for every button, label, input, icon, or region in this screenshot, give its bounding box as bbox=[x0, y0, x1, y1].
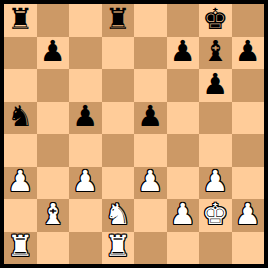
piece-black-king[interactable]: ♚ bbox=[202, 5, 228, 34]
piece-white-pawn[interactable]: ♟ bbox=[137, 167, 163, 196]
piece-white-rook[interactable]: ♜ bbox=[7, 232, 33, 261]
piece-white-pawn[interactable]: ♟ bbox=[202, 167, 228, 196]
square-e3[interactable]: ♟ bbox=[134, 167, 167, 200]
square-h7[interactable]: ♟ bbox=[232, 37, 265, 70]
piece-white-bishop[interactable]: ♝ bbox=[40, 200, 66, 229]
square-d3[interactable] bbox=[102, 167, 135, 200]
piece-black-rook[interactable]: ♜ bbox=[7, 5, 33, 34]
chess-board-frame: ♜♜♚♟♟♝♟♟♞♟♟♟♟♟♟♝♞♟♚♟♜♜ bbox=[0, 0, 268, 268]
square-c6[interactable] bbox=[69, 69, 102, 102]
piece-white-pawn[interactable]: ♟ bbox=[235, 200, 261, 229]
piece-white-rook[interactable]: ♜ bbox=[105, 232, 131, 261]
square-b2[interactable]: ♝ bbox=[37, 199, 70, 232]
square-c2[interactable] bbox=[69, 199, 102, 232]
square-f2[interactable]: ♟ bbox=[167, 199, 200, 232]
piece-black-knight[interactable]: ♞ bbox=[7, 102, 33, 131]
piece-black-bishop[interactable]: ♝ bbox=[202, 37, 228, 66]
square-e5[interactable]: ♟ bbox=[134, 102, 167, 135]
piece-black-pawn[interactable]: ♟ bbox=[202, 70, 228, 99]
square-h3[interactable] bbox=[232, 167, 265, 200]
square-g1[interactable] bbox=[199, 232, 232, 265]
square-d5[interactable] bbox=[102, 102, 135, 135]
square-f7[interactable]: ♟ bbox=[167, 37, 200, 70]
square-f1[interactable] bbox=[167, 232, 200, 265]
square-g3[interactable]: ♟ bbox=[199, 167, 232, 200]
square-a1[interactable]: ♜ bbox=[4, 232, 37, 265]
piece-black-pawn[interactable]: ♟ bbox=[137, 102, 163, 131]
square-d1[interactable]: ♜ bbox=[102, 232, 135, 265]
square-f3[interactable] bbox=[167, 167, 200, 200]
square-h8[interactable] bbox=[232, 4, 265, 37]
square-e7[interactable] bbox=[134, 37, 167, 70]
square-b3[interactable] bbox=[37, 167, 70, 200]
square-g2[interactable]: ♚ bbox=[199, 199, 232, 232]
chess-board: ♜♜♚♟♟♝♟♟♞♟♟♟♟♟♟♝♞♟♚♟♜♜ bbox=[4, 4, 264, 264]
square-c1[interactable] bbox=[69, 232, 102, 265]
square-b7[interactable]: ♟ bbox=[37, 37, 70, 70]
square-g6[interactable]: ♟ bbox=[199, 69, 232, 102]
piece-black-rook[interactable]: ♜ bbox=[105, 5, 131, 34]
square-a4[interactable] bbox=[4, 134, 37, 167]
square-a7[interactable] bbox=[4, 37, 37, 70]
square-a3[interactable]: ♟ bbox=[4, 167, 37, 200]
square-e4[interactable] bbox=[134, 134, 167, 167]
square-c7[interactable] bbox=[69, 37, 102, 70]
square-h6[interactable] bbox=[232, 69, 265, 102]
square-e2[interactable] bbox=[134, 199, 167, 232]
piece-black-pawn[interactable]: ♟ bbox=[72, 102, 98, 131]
square-g8[interactable]: ♚ bbox=[199, 4, 232, 37]
square-g5[interactable] bbox=[199, 102, 232, 135]
square-e8[interactable] bbox=[134, 4, 167, 37]
square-h2[interactable]: ♟ bbox=[232, 199, 265, 232]
piece-black-pawn[interactable]: ♟ bbox=[40, 37, 66, 66]
square-f6[interactable] bbox=[167, 69, 200, 102]
piece-white-king[interactable]: ♚ bbox=[202, 200, 228, 229]
piece-black-pawn[interactable]: ♟ bbox=[235, 37, 261, 66]
square-g4[interactable] bbox=[199, 134, 232, 167]
square-d6[interactable] bbox=[102, 69, 135, 102]
square-d2[interactable]: ♞ bbox=[102, 199, 135, 232]
square-a5[interactable]: ♞ bbox=[4, 102, 37, 135]
piece-white-pawn[interactable]: ♟ bbox=[72, 167, 98, 196]
square-f4[interactable] bbox=[167, 134, 200, 167]
square-a8[interactable]: ♜ bbox=[4, 4, 37, 37]
square-c8[interactable] bbox=[69, 4, 102, 37]
square-d8[interactable]: ♜ bbox=[102, 4, 135, 37]
piece-black-pawn[interactable]: ♟ bbox=[170, 37, 196, 66]
square-f5[interactable] bbox=[167, 102, 200, 135]
square-b6[interactable] bbox=[37, 69, 70, 102]
square-c5[interactable]: ♟ bbox=[69, 102, 102, 135]
square-c4[interactable] bbox=[69, 134, 102, 167]
square-a6[interactable] bbox=[4, 69, 37, 102]
square-a2[interactable] bbox=[4, 199, 37, 232]
square-c3[interactable]: ♟ bbox=[69, 167, 102, 200]
square-h5[interactable] bbox=[232, 102, 265, 135]
square-b1[interactable] bbox=[37, 232, 70, 265]
square-e6[interactable] bbox=[134, 69, 167, 102]
square-b5[interactable] bbox=[37, 102, 70, 135]
square-h4[interactable] bbox=[232, 134, 265, 167]
square-h1[interactable] bbox=[232, 232, 265, 265]
piece-white-pawn[interactable]: ♟ bbox=[170, 200, 196, 229]
square-f8[interactable] bbox=[167, 4, 200, 37]
square-b4[interactable] bbox=[37, 134, 70, 167]
square-e1[interactable] bbox=[134, 232, 167, 265]
piece-white-pawn[interactable]: ♟ bbox=[7, 167, 33, 196]
square-d7[interactable] bbox=[102, 37, 135, 70]
piece-white-knight[interactable]: ♞ bbox=[105, 200, 131, 229]
square-g7[interactable]: ♝ bbox=[199, 37, 232, 70]
square-b8[interactable] bbox=[37, 4, 70, 37]
square-d4[interactable] bbox=[102, 134, 135, 167]
